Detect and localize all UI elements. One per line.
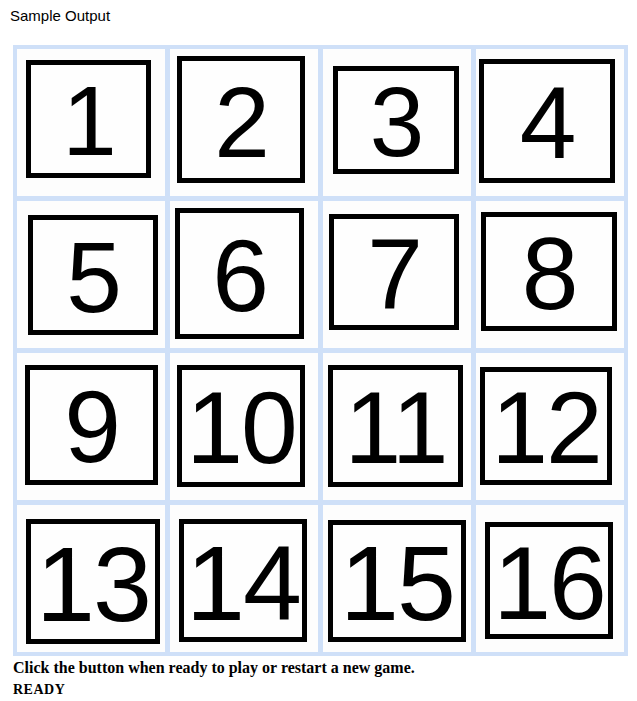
tile[interactable]: 12 xyxy=(480,367,612,485)
tile-number: 7 xyxy=(367,224,421,324)
tile[interactable]: 13 xyxy=(26,519,160,644)
tile[interactable]: 6 xyxy=(175,208,304,339)
puzzle-board: 12345678910111213141516 xyxy=(13,45,628,656)
board-cell: 4 xyxy=(476,49,624,196)
tile-number: 1 xyxy=(62,72,115,170)
board-cell: 11 xyxy=(323,353,471,500)
tile-number: 4 xyxy=(520,72,575,174)
tile[interactable]: 11 xyxy=(328,365,463,487)
board-cell: 6 xyxy=(170,201,318,348)
tile[interactable]: 1 xyxy=(26,60,151,178)
tile-number: 5 xyxy=(66,227,120,327)
board-cell: 3 xyxy=(323,49,471,196)
tile-number: 12 xyxy=(491,377,600,479)
tile-number: 8 xyxy=(522,223,577,325)
tile[interactable]: 10 xyxy=(177,365,305,487)
tile[interactable]: 2 xyxy=(177,56,305,183)
board-cell: 10 xyxy=(170,353,318,500)
board-cell: 12 xyxy=(476,353,624,500)
tile[interactable]: 14 xyxy=(179,519,307,642)
board-cell: 13 xyxy=(17,505,165,652)
ready-button[interactable]: READY xyxy=(13,682,65,698)
board-cell: 5 xyxy=(17,201,165,348)
tile[interactable]: 7 xyxy=(329,214,459,330)
board-cell: 15 xyxy=(323,505,471,652)
tile-number: 10 xyxy=(186,377,295,479)
board-cell: 2 xyxy=(170,49,318,196)
tile[interactable]: 3 xyxy=(333,66,459,174)
page-title: Sample Output xyxy=(10,7,110,24)
board-cell: 14 xyxy=(170,505,318,652)
tile[interactable]: 4 xyxy=(479,59,615,183)
board-cell: 9 xyxy=(17,353,165,500)
board-cell: 16 xyxy=(476,505,624,652)
tile-number: 2 xyxy=(214,72,268,172)
tile-number: 14 xyxy=(186,530,300,636)
board-cell: 1 xyxy=(17,49,165,196)
tile[interactable]: 15 xyxy=(328,520,466,642)
tile[interactable]: 9 xyxy=(25,365,158,485)
board-cell: 7 xyxy=(323,201,471,348)
tile-number: 6 xyxy=(212,225,267,327)
instruction-text: Click the button when ready to play or r… xyxy=(13,659,415,677)
tile[interactable]: 16 xyxy=(485,522,613,639)
tile-number: 15 xyxy=(340,530,454,636)
tile-number: 16 xyxy=(493,531,605,635)
tile-number: 9 xyxy=(64,376,119,478)
tile-number: 3 xyxy=(370,73,423,171)
tile-number: 11 xyxy=(345,377,447,479)
tile[interactable]: 5 xyxy=(28,215,158,335)
tile[interactable]: 8 xyxy=(481,212,617,331)
board-cell: 8 xyxy=(476,201,624,348)
tile-number: 13 xyxy=(36,531,150,637)
